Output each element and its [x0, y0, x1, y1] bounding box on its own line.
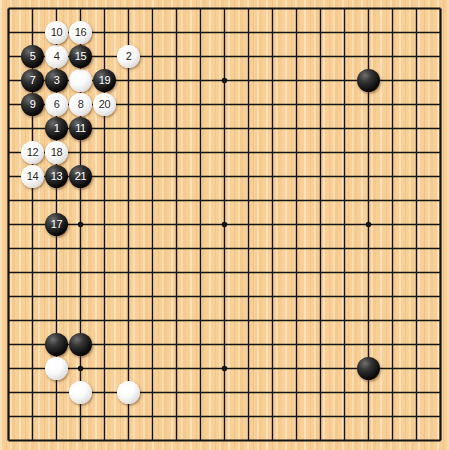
- stone-white-move-4[interactable]: 4: [45, 45, 68, 68]
- stone-black-setup-Q16[interactable]: [357, 69, 380, 92]
- stone-black-move-17[interactable]: 17: [45, 213, 68, 236]
- star-point-3-9: [78, 222, 83, 227]
- star-point-3-15: [78, 366, 83, 371]
- move-number: 21: [75, 171, 86, 182]
- stone-black-move-15[interactable]: 15: [69, 45, 92, 68]
- move-number: 18: [51, 147, 62, 158]
- stone-white-setup-D16[interactable]: [69, 69, 92, 92]
- move-number: 11: [75, 123, 86, 134]
- stone-white-move-12[interactable]: 12: [21, 141, 44, 164]
- move-number: 8: [78, 99, 84, 110]
- move-number: 15: [75, 51, 86, 62]
- move-number: 6: [54, 99, 60, 110]
- stone-white-move-2[interactable]: 2: [117, 45, 140, 68]
- move-number: 17: [51, 219, 62, 230]
- stone-white-move-16[interactable]: 16: [69, 21, 92, 44]
- stone-black-setup-D5[interactable]: [69, 333, 92, 356]
- stone-black-move-3[interactable]: 3: [45, 69, 68, 92]
- move-number: 16: [75, 27, 86, 38]
- move-number: 5: [30, 51, 36, 62]
- star-point-9-9: [222, 222, 227, 227]
- move-number: 2: [126, 51, 132, 62]
- move-number: 20: [99, 99, 110, 110]
- stone-white-setup-D3[interactable]: [69, 381, 92, 404]
- stone-white-move-18[interactable]: 18: [45, 141, 68, 164]
- move-number: 1: [54, 123, 60, 134]
- stone-black-move-13[interactable]: 13: [45, 165, 68, 188]
- go-diagram: 123456789101112131415161718192021: [0, 0, 449, 450]
- move-number: 4: [54, 51, 60, 62]
- star-point-9-3: [222, 78, 227, 83]
- stone-black-move-1[interactable]: 1: [45, 117, 68, 140]
- stone-black-move-7[interactable]: 7: [21, 69, 44, 92]
- stone-black-setup-C5[interactable]: [45, 333, 68, 356]
- stone-black-move-5[interactable]: 5: [21, 45, 44, 68]
- stone-white-move-14[interactable]: 14: [21, 165, 44, 188]
- move-number: 14: [27, 171, 38, 182]
- move-number: 12: [27, 147, 38, 158]
- stone-white-setup-F3[interactable]: [117, 381, 140, 404]
- move-number: 3: [54, 75, 60, 86]
- stone-black-move-9[interactable]: 9: [21, 93, 44, 116]
- move-number: 7: [30, 75, 36, 86]
- stone-white-move-10[interactable]: 10: [45, 21, 68, 44]
- stone-white-move-6[interactable]: 6: [45, 93, 68, 116]
- stone-white-move-20[interactable]: 20: [93, 93, 116, 116]
- move-number: 19: [99, 75, 110, 86]
- move-number: 10: [51, 27, 62, 38]
- stone-white-setup-C4[interactable]: [45, 357, 68, 380]
- stone-white-move-8[interactable]: 8: [69, 93, 92, 116]
- move-number: 13: [51, 171, 62, 182]
- stone-black-move-19[interactable]: 19: [93, 69, 116, 92]
- stone-black-move-11[interactable]: 11: [69, 117, 92, 140]
- board-surface[interactable]: 123456789101112131415161718192021: [0, 0, 449, 450]
- star-point-9-15: [222, 366, 227, 371]
- move-number: 9: [30, 99, 36, 110]
- star-point-15-9: [366, 222, 371, 227]
- stone-black-setup-Q4[interactable]: [357, 357, 380, 380]
- stone-black-move-21[interactable]: 21: [69, 165, 92, 188]
